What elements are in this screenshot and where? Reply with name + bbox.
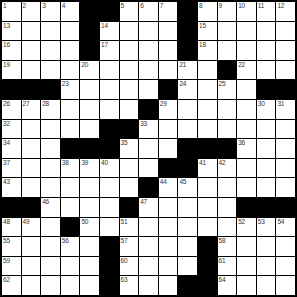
grid-cell[interactable]: 52 bbox=[237, 218, 256, 237]
grid-cell[interactable] bbox=[257, 139, 276, 158]
grid-cell[interactable] bbox=[159, 237, 178, 256]
grid-cell[interactable] bbox=[237, 22, 256, 41]
grid-cell[interactable] bbox=[41, 139, 60, 158]
clue-number: 51 bbox=[121, 218, 128, 226]
clue-number: 34 bbox=[3, 139, 10, 147]
clue-number: 25 bbox=[219, 80, 226, 88]
black-cell bbox=[100, 139, 119, 158]
grid-cell[interactable] bbox=[257, 257, 276, 276]
clue-number: 19 bbox=[3, 61, 10, 69]
grid-cell[interactable]: 61 bbox=[218, 257, 237, 276]
grid-cell[interactable] bbox=[61, 61, 80, 80]
clue-number: 1 bbox=[3, 2, 6, 10]
grid-cell[interactable] bbox=[218, 100, 237, 119]
clue-number: 20 bbox=[81, 61, 88, 69]
clue-number: 9 bbox=[219, 2, 222, 10]
black-cell bbox=[80, 2, 99, 21]
black-cell bbox=[276, 198, 295, 217]
black-cell bbox=[139, 178, 158, 197]
grid-cell[interactable] bbox=[139, 61, 158, 80]
grid-cell[interactable] bbox=[276, 178, 295, 197]
grid-cell[interactable] bbox=[257, 120, 276, 139]
clue-number: 16 bbox=[3, 41, 10, 49]
grid-cell[interactable] bbox=[139, 80, 158, 99]
grid-cell[interactable]: 19 bbox=[2, 61, 21, 80]
grid-cell[interactable]: 26 bbox=[2, 100, 21, 119]
grid-cell[interactable]: 39 bbox=[80, 159, 99, 178]
clue-number: 40 bbox=[101, 159, 108, 167]
clue-number: 6 bbox=[140, 2, 143, 10]
grid-cell[interactable] bbox=[41, 159, 60, 178]
grid-cell[interactable]: 18 bbox=[198, 41, 217, 60]
grid-cell[interactable]: 64 bbox=[218, 276, 237, 295]
grid-cell[interactable]: 41 bbox=[198, 159, 217, 178]
grid-cell[interactable] bbox=[22, 22, 41, 41]
grid-cell[interactable]: 6 bbox=[139, 2, 158, 21]
grid-cell[interactable]: 38 bbox=[61, 159, 80, 178]
grid-cell[interactable]: 31 bbox=[276, 100, 295, 119]
grid-cell[interactable] bbox=[22, 178, 41, 197]
grid-cell[interactable] bbox=[22, 257, 41, 276]
grid-cell[interactable]: 59 bbox=[2, 257, 21, 276]
grid-cell[interactable] bbox=[22, 237, 41, 256]
grid-cell[interactable] bbox=[237, 41, 256, 60]
grid-cell[interactable] bbox=[159, 276, 178, 295]
grid-cell[interactable] bbox=[120, 22, 139, 41]
grid-cell[interactable]: 1 bbox=[2, 2, 21, 21]
grid-cell[interactable] bbox=[257, 41, 276, 60]
black-cell bbox=[22, 198, 41, 217]
grid-cell[interactable] bbox=[80, 120, 99, 139]
grid-cell[interactable] bbox=[41, 120, 60, 139]
grid-cell[interactable]: 2 bbox=[22, 2, 41, 21]
grid-cell[interactable] bbox=[159, 257, 178, 276]
black-cell bbox=[257, 80, 276, 99]
clue-number: 55 bbox=[3, 237, 10, 245]
grid-cell[interactable]: 37 bbox=[2, 159, 21, 178]
black-cell bbox=[198, 237, 217, 256]
grid-cell[interactable] bbox=[237, 276, 256, 295]
clue-number: 31 bbox=[277, 100, 284, 108]
grid-cell[interactable]: 12 bbox=[276, 2, 295, 21]
black-cell bbox=[100, 237, 119, 256]
clue-number: 26 bbox=[3, 100, 10, 108]
grid-cell[interactable] bbox=[198, 80, 217, 99]
grid-cell[interactable]: 5 bbox=[120, 2, 139, 21]
grid-cell[interactable] bbox=[61, 178, 80, 197]
grid-cell[interactable]: 45 bbox=[178, 178, 197, 197]
grid-cell[interactable]: 8 bbox=[198, 2, 217, 21]
black-cell bbox=[218, 61, 237, 80]
black-cell bbox=[139, 100, 158, 119]
clue-number: 54 bbox=[277, 218, 284, 226]
black-cell bbox=[2, 80, 21, 99]
clue-number: 30 bbox=[258, 100, 265, 108]
grid-cell[interactable] bbox=[178, 257, 197, 276]
grid-cell[interactable] bbox=[178, 100, 197, 119]
black-cell bbox=[61, 218, 80, 237]
grid-cell[interactable] bbox=[41, 41, 60, 60]
grid-cell[interactable] bbox=[100, 178, 119, 197]
grid-cell[interactable] bbox=[120, 100, 139, 119]
clue-number: 23 bbox=[62, 80, 69, 88]
grid-cell[interactable] bbox=[276, 257, 295, 276]
grid-cell[interactable]: 10 bbox=[237, 2, 256, 21]
black-cell bbox=[178, 22, 197, 41]
clue-number: 50 bbox=[81, 218, 88, 226]
grid-cell[interactable]: 24 bbox=[178, 80, 197, 99]
grid-cell[interactable] bbox=[198, 120, 217, 139]
clue-number: 38 bbox=[62, 159, 69, 167]
grid-cell[interactable]: 14 bbox=[100, 22, 119, 41]
black-cell bbox=[100, 2, 119, 21]
grid-cell[interactable] bbox=[80, 237, 99, 256]
grid-cell[interactable] bbox=[61, 120, 80, 139]
grid-cell[interactable] bbox=[139, 237, 158, 256]
grid-cell[interactable]: 11 bbox=[257, 2, 276, 21]
clue-number: 62 bbox=[3, 276, 10, 284]
grid-cell[interactable] bbox=[61, 198, 80, 217]
grid-cell[interactable]: 57 bbox=[120, 237, 139, 256]
clue-number: 48 bbox=[3, 218, 10, 226]
grid-cell[interactable] bbox=[80, 276, 99, 295]
clue-number: 15 bbox=[199, 22, 206, 30]
black-cell bbox=[2, 198, 21, 217]
black-cell bbox=[120, 198, 139, 217]
clue-number: 56 bbox=[62, 237, 69, 245]
clue-number: 42 bbox=[219, 159, 226, 167]
clue-number: 57 bbox=[121, 237, 128, 245]
black-cell bbox=[178, 139, 197, 158]
grid-cell[interactable] bbox=[120, 178, 139, 197]
clue-number: 2 bbox=[23, 2, 26, 10]
grid-cell[interactable] bbox=[41, 257, 60, 276]
clue-number: 10 bbox=[238, 2, 245, 10]
grid-cell[interactable]: 30 bbox=[257, 100, 276, 119]
clue-number: 35 bbox=[121, 139, 128, 147]
grid-cell[interactable]: 13 bbox=[2, 22, 21, 41]
grid-cell[interactable]: 16 bbox=[2, 41, 21, 60]
grid-cell[interactable]: 48 bbox=[2, 218, 21, 237]
black-cell bbox=[100, 257, 119, 276]
grid-cell[interactable] bbox=[139, 257, 158, 276]
grid-cell[interactable] bbox=[159, 139, 178, 158]
grid-cell[interactable] bbox=[41, 276, 60, 295]
grid-cell[interactable] bbox=[218, 41, 237, 60]
black-cell bbox=[237, 198, 256, 217]
grid-cell[interactable] bbox=[178, 120, 197, 139]
grid-cell[interactable]: 63 bbox=[120, 276, 139, 295]
grid-cell[interactable]: 23 bbox=[61, 80, 80, 99]
grid-cell[interactable] bbox=[159, 41, 178, 60]
grid-cell[interactable]: 21 bbox=[178, 61, 197, 80]
black-cell bbox=[198, 139, 217, 158]
grid-cell[interactable] bbox=[237, 159, 256, 178]
clue-number: 7 bbox=[160, 2, 163, 10]
clue-number: 61 bbox=[219, 257, 226, 265]
grid-cell[interactable] bbox=[257, 159, 276, 178]
grid-cell[interactable] bbox=[139, 218, 158, 237]
clue-number: 43 bbox=[3, 178, 10, 186]
grid-cell[interactable] bbox=[276, 61, 295, 80]
clue-number: 4 bbox=[62, 2, 65, 10]
grid-cell[interactable] bbox=[139, 139, 158, 158]
clue-number: 33 bbox=[140, 120, 147, 128]
black-cell bbox=[159, 80, 178, 99]
black-cell bbox=[100, 120, 119, 139]
grid-cell[interactable]: 46 bbox=[41, 198, 60, 217]
grid-cell[interactable] bbox=[257, 276, 276, 295]
clue-number: 12 bbox=[277, 2, 284, 10]
grid-cell[interactable] bbox=[178, 237, 197, 256]
clue-number: 52 bbox=[238, 218, 245, 226]
grid-cell[interactable] bbox=[218, 218, 237, 237]
clue-number: 37 bbox=[3, 159, 10, 167]
grid-cell[interactable] bbox=[276, 120, 295, 139]
grid-cell[interactable] bbox=[257, 237, 276, 256]
black-cell bbox=[80, 22, 99, 41]
grid-cell[interactable]: 32 bbox=[2, 120, 21, 139]
clue-number: 49 bbox=[23, 218, 30, 226]
grid-cell[interactable] bbox=[41, 237, 60, 256]
grid-cell[interactable]: 54 bbox=[276, 218, 295, 237]
grid-cell[interactable] bbox=[61, 276, 80, 295]
crossword-grid: 1234567891011121314151617181920212223242… bbox=[0, 0, 297, 297]
grid-cell[interactable] bbox=[61, 41, 80, 60]
grid-cell[interactable] bbox=[22, 61, 41, 80]
grid-cell[interactable]: 62 bbox=[2, 276, 21, 295]
grid-cell[interactable]: 42 bbox=[218, 159, 237, 178]
clue-number: 8 bbox=[199, 2, 202, 10]
grid-cell[interactable]: 9 bbox=[218, 2, 237, 21]
black-cell bbox=[218, 139, 237, 158]
grid-cell[interactable]: 50 bbox=[80, 218, 99, 237]
grid-cell[interactable] bbox=[198, 178, 217, 197]
grid-cell[interactable]: 34 bbox=[2, 139, 21, 158]
clue-number: 22 bbox=[238, 61, 245, 69]
clue-number: 14 bbox=[101, 22, 108, 30]
grid-cell[interactable] bbox=[41, 61, 60, 80]
grid-cell[interactable]: 17 bbox=[100, 41, 119, 60]
grid-cell[interactable]: 56 bbox=[61, 237, 80, 256]
grid-cell[interactable] bbox=[120, 159, 139, 178]
grid-cell[interactable] bbox=[276, 139, 295, 158]
black-cell bbox=[198, 276, 217, 295]
clue-number: 3 bbox=[42, 2, 45, 10]
grid-cell[interactable]: 51 bbox=[120, 218, 139, 237]
grid-cell[interactable] bbox=[237, 237, 256, 256]
grid-cell[interactable]: 33 bbox=[139, 120, 158, 139]
clue-number: 53 bbox=[258, 218, 265, 226]
grid-cell[interactable] bbox=[22, 120, 41, 139]
grid-cell[interactable]: 29 bbox=[159, 100, 178, 119]
black-cell bbox=[80, 41, 99, 60]
grid-cell[interactable] bbox=[80, 257, 99, 276]
clue-number: 36 bbox=[238, 139, 245, 147]
grid-cell[interactable] bbox=[159, 120, 178, 139]
grid-cell[interactable] bbox=[80, 80, 99, 99]
grid-cell[interactable] bbox=[257, 61, 276, 80]
clue-number: 5 bbox=[121, 2, 124, 10]
grid-cell[interactable] bbox=[257, 22, 276, 41]
grid-cell[interactable] bbox=[120, 41, 139, 60]
black-cell bbox=[198, 257, 217, 276]
clue-number: 45 bbox=[179, 178, 186, 186]
grid-cell[interactable] bbox=[100, 61, 119, 80]
grid-cell[interactable] bbox=[22, 159, 41, 178]
grid-cell[interactable] bbox=[276, 276, 295, 295]
grid-cell[interactable] bbox=[139, 159, 158, 178]
grid-cell[interactable] bbox=[178, 198, 197, 217]
grid-cell[interactable]: 15 bbox=[198, 22, 217, 41]
grid-cell[interactable] bbox=[276, 237, 295, 256]
grid-cell[interactable]: 35 bbox=[120, 139, 139, 158]
grid-cell[interactable] bbox=[237, 120, 256, 139]
grid-cell[interactable] bbox=[237, 257, 256, 276]
clue-number: 11 bbox=[258, 2, 264, 10]
grid-cell[interactable] bbox=[198, 218, 217, 237]
grid-cell[interactable] bbox=[22, 41, 41, 60]
grid-cell[interactable]: 55 bbox=[2, 237, 21, 256]
grid-cell[interactable] bbox=[276, 22, 295, 41]
grid-cell[interactable]: 49 bbox=[22, 218, 41, 237]
black-cell bbox=[61, 139, 80, 158]
clue-number: 39 bbox=[81, 159, 88, 167]
grid-cell[interactable] bbox=[41, 218, 60, 237]
grid-cell[interactable]: 43 bbox=[2, 178, 21, 197]
black-cell bbox=[178, 159, 197, 178]
grid-cell[interactable]: 20 bbox=[80, 61, 99, 80]
clue-number: 29 bbox=[160, 100, 167, 108]
clue-number: 24 bbox=[179, 80, 186, 88]
grid-cell[interactable] bbox=[257, 178, 276, 197]
grid-cell[interactable]: 44 bbox=[159, 178, 178, 197]
grid-cell[interactable]: 4 bbox=[61, 2, 80, 21]
clue-number: 41 bbox=[199, 159, 206, 167]
black-cell bbox=[178, 276, 197, 295]
grid-cell[interactable] bbox=[41, 178, 60, 197]
black-cell bbox=[178, 41, 197, 60]
grid-cell[interactable] bbox=[120, 80, 139, 99]
grid-cell[interactable] bbox=[139, 41, 158, 60]
clue-number: 13 bbox=[3, 22, 10, 30]
grid-cell[interactable] bbox=[139, 276, 158, 295]
grid-cell[interactable] bbox=[61, 257, 80, 276]
black-cell bbox=[120, 120, 139, 139]
grid-cell[interactable] bbox=[159, 218, 178, 237]
clue-number: 18 bbox=[199, 41, 206, 49]
grid-cell[interactable] bbox=[218, 120, 237, 139]
grid-cell[interactable] bbox=[237, 100, 256, 119]
grid-cell[interactable] bbox=[22, 276, 41, 295]
grid-cell[interactable] bbox=[218, 198, 237, 217]
grid-cell[interactable]: 36 bbox=[237, 139, 256, 158]
grid-cell[interactable] bbox=[276, 159, 295, 178]
grid-cell[interactable] bbox=[198, 100, 217, 119]
grid-cell[interactable] bbox=[139, 22, 158, 41]
grid-cell[interactable] bbox=[61, 22, 80, 41]
grid-cell[interactable] bbox=[159, 61, 178, 80]
grid-cell[interactable] bbox=[218, 178, 237, 197]
clue-number: 32 bbox=[3, 120, 10, 128]
grid-cell[interactable] bbox=[237, 178, 256, 197]
clue-number: 27 bbox=[23, 100, 30, 108]
grid-cell[interactable] bbox=[100, 80, 119, 99]
black-cell bbox=[22, 80, 41, 99]
black-cell bbox=[159, 159, 178, 178]
clue-number: 44 bbox=[160, 178, 167, 186]
grid-cell[interactable] bbox=[198, 198, 217, 217]
grid-cell[interactable] bbox=[198, 61, 217, 80]
grid-cell[interactable] bbox=[276, 41, 295, 60]
grid-cell[interactable]: 27 bbox=[22, 100, 41, 119]
clue-number: 58 bbox=[219, 237, 226, 245]
grid-cell[interactable] bbox=[61, 100, 80, 119]
grid-cell[interactable] bbox=[100, 198, 119, 217]
grid-cell[interactable]: 47 bbox=[139, 198, 158, 217]
black-cell bbox=[178, 2, 197, 21]
grid-cell[interactable] bbox=[22, 139, 41, 158]
grid-cell[interactable] bbox=[41, 22, 60, 41]
grid-cell[interactable]: 22 bbox=[237, 61, 256, 80]
black-cell bbox=[257, 198, 276, 217]
clue-number: 60 bbox=[121, 257, 128, 265]
grid-cell[interactable]: 7 bbox=[159, 2, 178, 21]
clue-number: 46 bbox=[42, 198, 49, 206]
grid-cell[interactable]: 3 bbox=[41, 2, 60, 21]
grid-cell[interactable] bbox=[80, 178, 99, 197]
clue-number: 17 bbox=[101, 41, 108, 49]
grid-cell[interactable] bbox=[100, 100, 119, 119]
grid-cell[interactable]: 53 bbox=[257, 218, 276, 237]
black-cell bbox=[41, 80, 60, 99]
grid-cell[interactable] bbox=[218, 22, 237, 41]
black-cell bbox=[100, 276, 119, 295]
grid-cell[interactable] bbox=[120, 61, 139, 80]
black-cell bbox=[80, 139, 99, 158]
grid-cell[interactable]: 28 bbox=[41, 100, 60, 119]
black-cell bbox=[276, 80, 295, 99]
grid-cell[interactable] bbox=[237, 80, 256, 99]
grid-cell[interactable] bbox=[178, 218, 197, 237]
grid-cell[interactable]: 40 bbox=[100, 159, 119, 178]
grid-cell[interactable]: 60 bbox=[120, 257, 139, 276]
grid-cell[interactable] bbox=[100, 218, 119, 237]
clue-number: 28 bbox=[42, 100, 49, 108]
clue-number: 47 bbox=[140, 198, 147, 206]
clue-number: 64 bbox=[219, 276, 226, 284]
grid-cell[interactable]: 58 bbox=[218, 237, 237, 256]
grid-cell[interactable]: 25 bbox=[218, 80, 237, 99]
clue-number: 59 bbox=[3, 257, 10, 265]
clue-number: 21 bbox=[179, 61, 186, 69]
grid-cell[interactable] bbox=[80, 100, 99, 119]
grid-cell[interactable] bbox=[159, 198, 178, 217]
grid-cell[interactable] bbox=[159, 22, 178, 41]
clue-number: 63 bbox=[121, 276, 128, 284]
grid-cell[interactable] bbox=[80, 198, 99, 217]
